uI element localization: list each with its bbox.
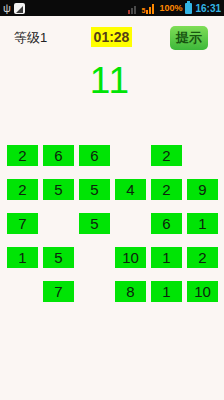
number-tile[interactable]: 6 xyxy=(151,213,182,234)
empty-cell xyxy=(79,247,110,268)
target-number: 11 xyxy=(0,60,220,102)
number-tile[interactable]: 5 xyxy=(43,179,74,200)
sim2-signal-icon: 5 xyxy=(141,3,156,14)
number-tile[interactable]: 2 xyxy=(151,179,182,200)
number-tile[interactable]: 6 xyxy=(79,145,110,166)
number-tile[interactable]: 1 xyxy=(151,281,182,302)
number-tile[interactable]: 6 xyxy=(43,145,74,166)
empty-cell xyxy=(43,213,74,234)
clock: 16:31 xyxy=(195,3,221,14)
number-tile[interactable]: 10 xyxy=(187,281,218,302)
number-tile[interactable]: 2 xyxy=(151,145,182,166)
battery-icon xyxy=(185,3,192,14)
battery-percent: 100% xyxy=(159,3,182,13)
number-tile[interactable]: 2 xyxy=(7,179,38,200)
number-tile[interactable]: 2 xyxy=(7,145,38,166)
number-tile[interactable]: 10 xyxy=(115,247,146,268)
number-tile[interactable]: 5 xyxy=(79,213,110,234)
number-tile[interactable]: 5 xyxy=(79,179,110,200)
empty-cell xyxy=(187,145,218,166)
number-tile[interactable]: 2 xyxy=(187,247,218,268)
number-tile[interactable]: 5 xyxy=(43,247,74,268)
game-header: 等级1 01:28 提示 xyxy=(0,24,224,52)
empty-cell xyxy=(115,213,146,234)
status-bar: ψ 5 100% 16:31 xyxy=(0,0,224,16)
number-tile[interactable]: 1 xyxy=(151,247,182,268)
screenshot-icon xyxy=(14,3,25,14)
number-tile[interactable]: 1 xyxy=(187,213,218,234)
usb-icon: ψ xyxy=(3,3,11,14)
level-label: 等级1 xyxy=(14,29,47,47)
number-tile[interactable]: 7 xyxy=(43,281,74,302)
timer: 01:28 xyxy=(91,27,132,47)
empty-cell xyxy=(79,281,110,302)
number-tile[interactable]: 4 xyxy=(115,179,146,200)
number-tile[interactable]: 8 xyxy=(115,281,146,302)
number-tile[interactable]: 7 xyxy=(7,213,38,234)
empty-cell xyxy=(115,145,146,166)
sim1-signal-icon xyxy=(128,3,138,14)
number-tile[interactable]: 9 xyxy=(187,179,218,200)
board: 2662255429756115101278110 xyxy=(7,145,218,302)
empty-cell xyxy=(7,281,38,302)
hint-button[interactable]: 提示 xyxy=(170,26,208,50)
number-tile[interactable]: 1 xyxy=(7,247,38,268)
